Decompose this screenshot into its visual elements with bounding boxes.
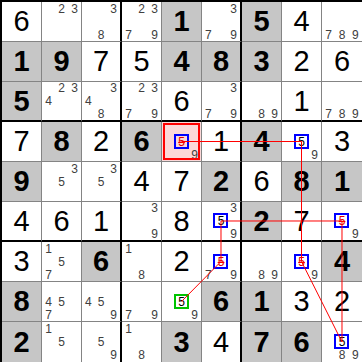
cell-r9c4[interactable]: 18: [122, 322, 162, 362]
pencil-marks: 379: [202, 2, 240, 41]
solved-digit: 4: [213, 328, 229, 357]
cell-r5c3[interactable]: 35: [82, 162, 122, 202]
pencil-marks: 348: [82, 82, 120, 120]
candidate-9: 9: [349, 349, 362, 362]
candidate-9: 9: [227, 28, 240, 41]
cell-r6c6[interactable]: 359: [202, 202, 242, 242]
candidate-9: 9: [308, 148, 321, 161]
cell-r3c8[interactable]: 1: [282, 82, 322, 122]
cell-r7c3[interactable]: 6: [82, 242, 122, 282]
cell-r1c8[interactable]: 4: [282, 2, 322, 42]
cell-r5c9[interactable]: 1: [322, 162, 362, 202]
candidate-7: 7: [42, 308, 55, 321]
candidate-9: 9: [349, 28, 362, 41]
solved-digit: 2: [93, 127, 109, 156]
candidate-8: 8: [135, 349, 148, 362]
candidate-4: 4: [42, 295, 55, 308]
pencil-marks: 234: [42, 82, 81, 120]
given-digit: 2: [213, 167, 229, 196]
cell-r6c1[interactable]: 4: [2, 202, 42, 242]
pencil-marks: 379: [202, 82, 240, 120]
candidate-3: 3: [68, 162, 81, 175]
given-digit: 4: [173, 47, 189, 76]
candidate-5: 5: [295, 255, 308, 268]
candidate-8: 8: [135, 268, 148, 281]
candidate-9: 9: [227, 227, 240, 240]
given-digit: 1: [13, 47, 29, 76]
pencil-marks: 89: [242, 82, 281, 120]
cell-r2c3[interactable]: 7: [82, 42, 122, 82]
pencil-marks: 18: [122, 242, 161, 281]
cell-r8c7[interactable]: 1: [242, 282, 282, 322]
candidate-9: 9: [148, 227, 161, 240]
solved-digit: 2: [173, 247, 189, 276]
cell-r8c4[interactable]: 79: [122, 282, 162, 322]
cell-r3c9[interactable]: 789: [322, 82, 362, 122]
cell-r7c6[interactable]: 579: [202, 242, 242, 282]
given-digit: 9: [53, 47, 69, 76]
cell-r6c9[interactable]: 59: [322, 202, 362, 242]
cell-r5c6[interactable]: 2: [202, 162, 242, 202]
pencil-marks: 39: [122, 202, 161, 240]
cell-r9c8[interactable]: 6: [282, 322, 322, 362]
solved-digit: 8: [173, 207, 189, 236]
solved-digit: 4: [13, 207, 29, 236]
solved-digit: 6: [253, 167, 269, 196]
solved-digit: 1: [93, 207, 109, 236]
cell-r9c1[interactable]: 2: [2, 322, 42, 362]
candidate-5: 5: [55, 255, 68, 268]
candidate-7: 7: [322, 28, 335, 41]
given-digit: 6: [93, 247, 109, 276]
candidate-7: 7: [202, 28, 215, 41]
candidate-2: 2: [135, 2, 148, 15]
sudoku-grid: 6233823791379547891975483265234348237963…: [2, 2, 362, 362]
candidate-3: 3: [148, 202, 161, 215]
cell-r8c5[interactable]: 59: [162, 282, 202, 322]
pencil-marks: 59: [82, 322, 120, 362]
cell-r8c3[interactable]: 459: [82, 282, 122, 322]
cell-r1c9[interactable]: 789: [322, 2, 362, 42]
chain-node-candidate-5-struck: 5: [174, 134, 189, 149]
solved-digit: 4: [293, 7, 309, 36]
chain-node-candidate-5: 5: [213, 213, 228, 228]
candidate-3: 3: [227, 2, 240, 15]
cell-r2c1[interactable]: 1: [2, 42, 42, 82]
cell-r4c3[interactable]: 2: [82, 122, 122, 162]
solved-digit: 3: [334, 127, 350, 156]
candidate-9: 9: [349, 107, 362, 120]
cell-r8c6[interactable]: 6: [202, 282, 242, 322]
candidate-3: 3: [227, 82, 240, 95]
pencil-marks: 15: [42, 322, 81, 362]
candidate-7: 7: [122, 308, 135, 321]
candidate-5: 5: [55, 295, 68, 308]
candidate-9: 9: [107, 308, 120, 321]
candidate-7: 7: [322, 107, 335, 120]
given-digit: 5: [13, 87, 29, 116]
candidate-7: 7: [202, 107, 215, 120]
cell-r4c9[interactable]: 3: [322, 122, 362, 162]
pencil-marks: 38: [82, 2, 120, 41]
cell-r1c2[interactable]: 23: [42, 2, 82, 42]
given-digit: 1: [173, 7, 189, 36]
solved-digit: 3: [13, 247, 29, 276]
candidate-9: 9: [268, 268, 281, 281]
candidate-2: 2: [55, 2, 68, 15]
candidate-1: 1: [42, 322, 55, 335]
pencil-marks: 2379: [122, 2, 161, 41]
sudoku-board: 6233823791379547891975483265234348237963…: [0, 0, 362, 362]
candidate-8: 8: [255, 107, 268, 120]
solved-digit: 2: [293, 47, 309, 76]
candidate-5: 5: [215, 215, 228, 228]
cell-r7c7[interactable]: 89: [242, 242, 282, 282]
candidate-1: 1: [122, 322, 135, 335]
cell-r5c2[interactable]: 35: [42, 162, 82, 202]
solved-digit: 6: [173, 87, 189, 116]
cell-r2c7[interactable]: 3: [242, 42, 282, 82]
candidate-8: 8: [95, 107, 108, 120]
given-digit: 9: [13, 167, 29, 196]
cell-r6c5[interactable]: 8: [162, 202, 202, 242]
cell-r5c1[interactable]: 9: [2, 162, 42, 202]
candidate-8: 8: [335, 107, 348, 120]
candidate-5: 5: [175, 135, 188, 148]
candidate-9: 9: [188, 148, 201, 161]
given-digit: 1: [253, 287, 269, 316]
cell-r1c7[interactable]: 5: [242, 2, 282, 42]
cell-r8c1[interactable]: 8: [2, 282, 42, 322]
cell-r3c6[interactable]: 379: [202, 82, 242, 122]
cell-r2c6[interactable]: 8: [202, 42, 242, 82]
candidate-4: 4: [82, 95, 95, 108]
candidate-7: 7: [42, 268, 55, 281]
candidate-8: 8: [335, 349, 348, 362]
candidate-1: 1: [122, 242, 135, 255]
cell-r7c2[interactable]: 157: [42, 242, 82, 282]
cell-r4c4[interactable]: 6: [122, 122, 162, 162]
pencil-marks: 35: [82, 162, 120, 201]
cell-r2c8[interactable]: 2: [282, 42, 322, 82]
chain-node-candidate-5: 5: [334, 334, 349, 349]
cell-r7c8[interactable]: 59: [282, 242, 322, 282]
candidate-9: 9: [107, 349, 120, 362]
pencil-marks: 789: [322, 82, 362, 120]
cell-r9c2[interactable]: 15: [42, 322, 82, 362]
solved-digit: 7: [13, 127, 29, 156]
cell-r4c7[interactable]: 4: [242, 122, 282, 162]
given-digit: 8: [53, 127, 69, 156]
chain-node-candidate-5-struck: 5: [294, 254, 309, 269]
pencil-marks: 89: [242, 242, 281, 281]
candidate-2: 2: [135, 82, 148, 95]
given-digit: 3: [173, 328, 189, 357]
candidate-3: 3: [68, 82, 81, 95]
pencil-marks: 59: [162, 122, 201, 161]
candidate-8: 8: [335, 28, 348, 41]
solved-digit: 1: [293, 87, 309, 116]
solved-digit: 5: [133, 47, 149, 76]
cell-r2c2[interactable]: 9: [42, 42, 82, 82]
cell-r2c4[interactable]: 5: [122, 42, 162, 82]
candidate-9: 9: [308, 268, 321, 281]
cell-r4c2[interactable]: 8: [42, 122, 82, 162]
given-digit: 2: [253, 207, 269, 236]
candidate-7: 7: [122, 28, 135, 41]
candidate-9: 9: [268, 107, 281, 120]
candidate-9: 9: [227, 268, 240, 281]
solved-digit: 6: [334, 47, 350, 76]
given-digit: 6: [213, 287, 229, 316]
candidate-9: 9: [148, 308, 161, 321]
candidate-5: 5: [335, 215, 348, 228]
candidate-3: 3: [68, 2, 81, 15]
cell-r9c9[interactable]: 589: [322, 322, 362, 362]
cell-r8c2[interactable]: 457: [42, 282, 82, 322]
cell-r6c4[interactable]: 39: [122, 202, 162, 242]
pencil-marks: 59: [282, 242, 321, 281]
candidate-3: 3: [107, 2, 120, 15]
solved-digit: 2: [334, 287, 350, 316]
candidate-5: 5: [55, 335, 68, 348]
candidate-9: 9: [188, 308, 201, 321]
cell-r3c3[interactable]: 348: [82, 82, 122, 122]
candidate-5: 5: [175, 295, 188, 308]
cell-r6c2[interactable]: 6: [42, 202, 82, 242]
cell-r7c9[interactable]: 4: [322, 242, 362, 282]
cell-r2c9[interactable]: 6: [322, 42, 362, 82]
given-digit: 5: [253, 7, 269, 36]
given-digit: 2: [13, 328, 29, 357]
candidate-5: 5: [295, 135, 308, 148]
solved-digit: 7: [173, 167, 189, 196]
solved-digit: 7: [293, 207, 309, 236]
given-digit: 4: [334, 247, 350, 276]
pencil-marks: 457: [42, 282, 81, 321]
cell-r6c8[interactable]: 7: [282, 202, 322, 242]
pencil-marks: 59: [322, 202, 362, 240]
candidate-8: 8: [255, 268, 268, 281]
pencil-marks: 35: [42, 162, 81, 201]
cell-r7c1[interactable]: 3: [2, 242, 42, 282]
cell-r1c4[interactable]: 2379: [122, 2, 162, 42]
cell-r9c7[interactable]: 7: [242, 322, 282, 362]
candidate-3: 3: [148, 2, 161, 15]
cell-r6c3[interactable]: 1: [82, 202, 122, 242]
cell-r8c8[interactable]: 3: [282, 282, 322, 322]
cell-r3c4[interactable]: 2379: [122, 82, 162, 122]
given-digit: 8: [293, 167, 309, 196]
solved-digit: 6: [53, 207, 69, 236]
candidate-3: 3: [227, 202, 240, 215]
candidate-5: 5: [335, 335, 348, 348]
solved-digit: 7: [93, 47, 109, 76]
candidate-4: 4: [82, 295, 95, 308]
cell-r1c6[interactable]: 379: [202, 2, 242, 42]
candidate-3: 3: [148, 82, 161, 95]
cell-r5c8[interactable]: 8: [282, 162, 322, 202]
pencil-marks: 157: [42, 242, 81, 281]
cell-r4c8[interactable]: 59: [282, 122, 322, 162]
cell-r5c5[interactable]: 7: [162, 162, 202, 202]
given-digit: 8: [13, 287, 29, 316]
cell-r7c4[interactable]: 18: [122, 242, 162, 282]
pencil-marks: 23: [42, 2, 81, 41]
candidate-5: 5: [55, 175, 68, 188]
pencil-marks: 359: [202, 202, 240, 240]
candidate-9: 9: [148, 107, 161, 120]
chain-node-candidate-5-struck: 5: [334, 213, 349, 228]
cell-r6c7[interactable]: 2: [242, 202, 282, 242]
cell-r8c9[interactable]: 2: [322, 282, 362, 322]
cell-r1c5[interactable]: 1: [162, 2, 202, 42]
cell-r3c5[interactable]: 6: [162, 82, 202, 122]
candidate-5: 5: [95, 335, 108, 348]
chain-node-candidate-5-start: 5: [174, 294, 189, 309]
candidate-3: 3: [107, 162, 120, 175]
solved-digit: 4: [133, 167, 149, 196]
candidate-2: 2: [55, 82, 68, 95]
pencil-marks: 59: [162, 282, 201, 321]
given-digit: 6: [133, 127, 149, 156]
candidate-5: 5: [215, 255, 228, 268]
given-digit: 8: [213, 47, 229, 76]
pencil-marks: 459: [82, 282, 120, 321]
candidate-7: 7: [122, 107, 135, 120]
cell-r5c4[interactable]: 4: [122, 162, 162, 202]
candidate-8: 8: [95, 28, 108, 41]
chain-node-candidate-5-struck: 5: [213, 254, 228, 269]
candidate-9: 9: [227, 107, 240, 120]
cell-r4c5[interactable]: 59: [162, 122, 202, 162]
cell-r4c6[interactable]: 1: [202, 122, 242, 162]
pencil-marks: 18: [122, 322, 161, 362]
candidate-5: 5: [95, 175, 108, 188]
solved-digit: 6: [13, 7, 29, 36]
candidate-7: 7: [202, 268, 215, 281]
solved-digit: 1: [213, 127, 229, 156]
pencil-marks: 2379: [122, 82, 161, 120]
given-digit: 3: [253, 47, 269, 76]
pencil-marks: 59: [282, 122, 321, 161]
cell-r4c1[interactable]: 7: [2, 122, 42, 162]
candidate-9: 9: [349, 227, 362, 240]
cell-r9c3[interactable]: 59: [82, 322, 122, 362]
pencil-marks: 789: [322, 2, 362, 41]
given-digit: 6: [293, 328, 309, 357]
cell-r9c6[interactable]: 4: [202, 322, 242, 362]
candidate-9: 9: [148, 28, 161, 41]
cell-r3c7[interactable]: 89: [242, 82, 282, 122]
pencil-marks: 79: [122, 282, 161, 321]
cell-r3c2[interactable]: 234: [42, 82, 82, 122]
cell-r7c5[interactable]: 2: [162, 242, 202, 282]
solved-digit: 3: [293, 287, 309, 316]
cell-r5c7[interactable]: 6: [242, 162, 282, 202]
candidate-3: 3: [107, 82, 120, 95]
candidate-1: 1: [42, 242, 55, 255]
cell-r1c1[interactable]: 6: [2, 2, 42, 42]
candidate-4: 4: [42, 95, 55, 108]
candidate-5: 5: [95, 295, 108, 308]
cell-r9c5[interactable]: 3: [162, 322, 202, 362]
pencil-marks: 579: [202, 242, 240, 281]
cell-r3c1[interactable]: 5: [2, 82, 42, 122]
pencil-marks: 589: [322, 322, 362, 362]
given-digit: 7: [253, 328, 269, 357]
cell-r2c5[interactable]: 4: [162, 42, 202, 82]
given-digit: 4: [253, 127, 269, 156]
given-digit: 1: [334, 167, 350, 196]
chain-node-candidate-5: 5: [294, 134, 309, 149]
cell-r1c3[interactable]: 38: [82, 2, 122, 42]
